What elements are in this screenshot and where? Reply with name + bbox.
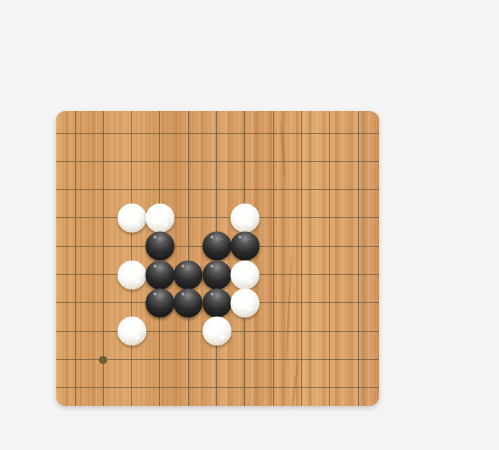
black-stone xyxy=(174,288,203,317)
black-stone xyxy=(202,260,231,289)
grid-line-vertical xyxy=(131,111,132,406)
grid-line-vertical xyxy=(188,111,189,406)
grid-line-vertical xyxy=(301,111,302,406)
black-stone xyxy=(202,288,231,317)
grid-line-horizontal xyxy=(56,161,379,162)
star-point xyxy=(99,356,107,364)
black-stone xyxy=(145,260,174,289)
grid-line-vertical xyxy=(329,111,330,406)
white-stone xyxy=(230,260,259,289)
grid-line-horizontal xyxy=(56,133,379,134)
white-stone xyxy=(117,203,146,232)
black-stone xyxy=(145,288,174,317)
wood-grain-streak xyxy=(280,121,286,181)
black-stone xyxy=(202,232,231,261)
wood-grain-streak xyxy=(291,361,299,409)
black-stone xyxy=(230,232,259,261)
app-background xyxy=(0,0,499,450)
white-stone xyxy=(230,203,259,232)
white-stone xyxy=(117,260,146,289)
gomoku-board[interactable] xyxy=(56,111,379,406)
black-stone xyxy=(174,260,203,289)
white-stone xyxy=(202,317,231,346)
grid-line-horizontal xyxy=(56,217,379,218)
grid-line-vertical xyxy=(358,111,359,406)
white-stone xyxy=(230,288,259,317)
black-stone xyxy=(145,232,174,261)
grid-line-vertical xyxy=(75,111,76,406)
grid-line-vertical xyxy=(273,111,274,406)
white-stone xyxy=(117,317,146,346)
white-stone xyxy=(145,203,174,232)
grid-line-horizontal xyxy=(56,387,379,388)
grid-line-horizontal xyxy=(56,189,379,190)
wood-grain-streak xyxy=(285,251,293,366)
